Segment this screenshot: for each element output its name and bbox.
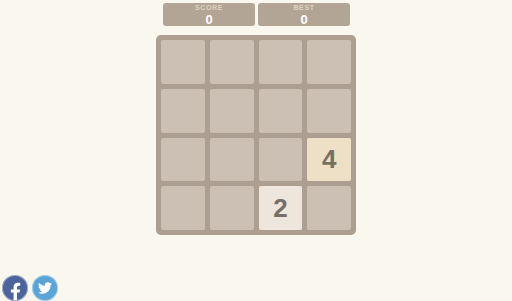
scoreboard: SCORE 0 BEST 0	[163, 3, 350, 26]
twitter-bird-icon	[37, 281, 53, 295]
twitter-share-button[interactable]	[32, 275, 58, 301]
grid-cell: 2	[259, 186, 303, 230]
grid-cell: 4	[307, 138, 351, 182]
grid-cell	[259, 138, 303, 182]
facebook-f-icon	[10, 282, 21, 301]
score-value: 0	[205, 13, 212, 26]
best-label: BEST	[293, 4, 314, 11]
grid-cell	[259, 40, 303, 84]
grid-cell	[307, 40, 351, 84]
game-board[interactable]: 42	[156, 35, 356, 235]
grid-cell	[259, 89, 303, 133]
best-value: 0	[300, 13, 307, 26]
tile-4: 4	[307, 138, 351, 182]
best-box: BEST 0	[258, 3, 350, 26]
grid-cell	[210, 89, 254, 133]
social-links	[2, 275, 58, 301]
grid-cell	[307, 186, 351, 230]
grid-cell	[161, 138, 205, 182]
score-box: SCORE 0	[163, 3, 255, 26]
grid-cell	[210, 40, 254, 84]
score-label: SCORE	[195, 4, 223, 11]
game-stage: SCORE 0 BEST 0 42	[0, 0, 512, 301]
grid-cell	[307, 89, 351, 133]
grid-cell	[161, 40, 205, 84]
grid-cell	[161, 89, 205, 133]
grid-cell	[210, 186, 254, 230]
facebook-share-button[interactable]	[2, 275, 28, 301]
grid-cell	[210, 138, 254, 182]
tile-2: 2	[259, 186, 303, 230]
grid-cell	[161, 186, 205, 230]
